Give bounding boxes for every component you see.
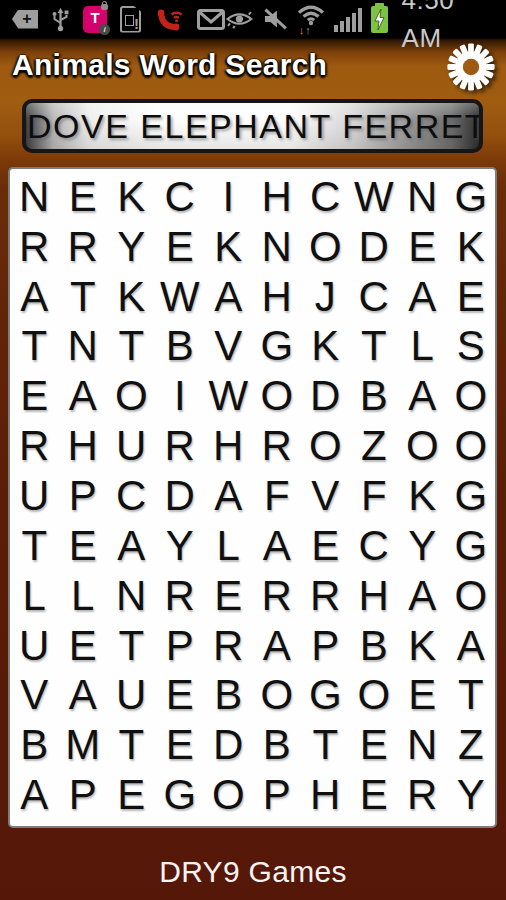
grid-cell[interactable]: B bbox=[350, 371, 399, 421]
grid-cell[interactable]: E bbox=[107, 770, 156, 820]
grid-cell[interactable]: U bbox=[10, 621, 59, 671]
grid-cell[interactable]: E bbox=[350, 720, 399, 770]
grid-cell[interactable]: V bbox=[204, 322, 253, 372]
grid-cell[interactable]: T bbox=[350, 322, 399, 372]
grid-cell[interactable]: C bbox=[107, 471, 156, 521]
status-bar: + T i ! bbox=[0, 0, 506, 38]
grid-cell[interactable]: E bbox=[301, 521, 350, 571]
grid-cell[interactable]: C bbox=[350, 521, 399, 571]
grid-cell[interactable]: G bbox=[156, 770, 205, 820]
grid-cell[interactable]: O bbox=[301, 421, 350, 471]
grid-cell[interactable]: W bbox=[350, 172, 399, 222]
grid-cell[interactable]: S bbox=[447, 322, 496, 372]
grid-cell[interactable]: E bbox=[398, 670, 447, 720]
grid-cell[interactable]: A bbox=[10, 272, 59, 322]
grid-cell[interactable]: N bbox=[59, 322, 108, 372]
grid-cell[interactable]: B bbox=[204, 670, 253, 720]
grid-cell[interactable]: R bbox=[156, 421, 205, 471]
eye-icon bbox=[225, 9, 254, 30]
wifi-calling-icon bbox=[154, 6, 184, 33]
grid-cell[interactable]: T bbox=[59, 272, 108, 322]
info-badge: i bbox=[99, 24, 110, 35]
grid-cell[interactable]: A bbox=[204, 471, 253, 521]
grid-cell[interactable]: G bbox=[447, 521, 496, 571]
grid-cell[interactable]: K bbox=[107, 272, 156, 322]
grid-cell[interactable]: K bbox=[301, 322, 350, 372]
grid-cell[interactable]: R bbox=[301, 571, 350, 621]
grid-cell[interactable]: O bbox=[447, 371, 496, 421]
grid-cell[interactable]: E bbox=[59, 621, 108, 671]
grid-cell[interactable]: E bbox=[59, 521, 108, 571]
letter-grid[interactable]: NEKCIHCWNGRRYEKNODEKATKWAHJCAETNTBVGKTLS… bbox=[10, 169, 495, 826]
gmail-icon bbox=[197, 9, 225, 30]
grid-cell[interactable]: A bbox=[59, 670, 108, 720]
grid-cell[interactable]: O bbox=[447, 421, 496, 471]
grid-cell[interactable]: K bbox=[398, 471, 447, 521]
grid-cell[interactable]: P bbox=[156, 621, 205, 671]
grid-cell[interactable]: B bbox=[10, 720, 59, 770]
sim-alert-icon: ! bbox=[120, 6, 141, 33]
battery-charging-icon bbox=[371, 6, 388, 33]
grid-cell[interactable]: L bbox=[398, 322, 447, 372]
grid-cell[interactable]: T bbox=[10, 521, 59, 571]
grid-cell[interactable]: F bbox=[253, 471, 302, 521]
grid-cell[interactable]: V bbox=[10, 670, 59, 720]
plus-glyph: + bbox=[22, 10, 31, 28]
grid-cell[interactable]: A bbox=[253, 621, 302, 671]
page-title: Animals Word Search bbox=[12, 48, 327, 82]
grid-cell[interactable]: M bbox=[59, 720, 108, 770]
word-list-text: DOVE ELEPHANT FERRET bbox=[26, 103, 479, 149]
grid-cell[interactable]: T bbox=[107, 322, 156, 372]
grid-cell[interactable]: B bbox=[350, 621, 399, 671]
grid-cell[interactable]: K bbox=[204, 222, 253, 272]
grid-cell[interactable]: T bbox=[447, 670, 496, 720]
grid-cell[interactable]: A bbox=[398, 272, 447, 322]
grid-cell[interactable]: E bbox=[156, 222, 205, 272]
grid-cell[interactable]: P bbox=[59, 770, 108, 820]
grid-cell[interactable]: O bbox=[204, 770, 253, 820]
grid-cell[interactable]: L bbox=[10, 571, 59, 621]
data-saver-plus-icon: + bbox=[12, 10, 38, 29]
grid-cell[interactable]: G bbox=[301, 670, 350, 720]
signal-strength-icon bbox=[334, 7, 362, 32]
grid-cell[interactable]: I bbox=[156, 371, 205, 421]
grid-cell[interactable]: A bbox=[447, 621, 496, 671]
grid-cell[interactable]: B bbox=[253, 720, 302, 770]
grid-cell[interactable]: K bbox=[398, 621, 447, 671]
grid-cell[interactable]: T bbox=[301, 720, 350, 770]
grid-cell[interactable]: D bbox=[350, 222, 399, 272]
grid-cell[interactable]: O bbox=[253, 670, 302, 720]
grid-cell[interactable]: N bbox=[10, 172, 59, 222]
grid-cell[interactable]: O bbox=[253, 371, 302, 421]
grid-cell[interactable]: R bbox=[398, 770, 447, 820]
grid-cell[interactable]: O bbox=[447, 571, 496, 621]
usb-icon bbox=[51, 6, 70, 33]
grid-cell[interactable]: U bbox=[107, 421, 156, 471]
grid-cell[interactable]: H bbox=[59, 421, 108, 471]
grid-cell[interactable]: C bbox=[156, 172, 205, 222]
grid-cell[interactable]: Y bbox=[398, 521, 447, 571]
grid-cell[interactable]: H bbox=[253, 272, 302, 322]
notification-icons: + T i ! bbox=[12, 6, 225, 33]
grid-cell[interactable]: I bbox=[204, 172, 253, 222]
grid-cell[interactable]: E bbox=[447, 272, 496, 322]
grid-cell[interactable]: G bbox=[447, 172, 496, 222]
sim-alert-glyph: ! bbox=[134, 16, 139, 31]
grid-cell[interactable]: H bbox=[350, 571, 399, 621]
grid-cell[interactable]: F bbox=[350, 471, 399, 521]
grid-cell[interactable]: A bbox=[107, 521, 156, 571]
charging-bolt-icon bbox=[371, 6, 388, 33]
grid-cell[interactable]: R bbox=[59, 222, 108, 272]
grid-cell[interactable]: P bbox=[301, 621, 350, 671]
grid-cell[interactable]: L bbox=[204, 521, 253, 571]
grid-cell[interactable]: A bbox=[398, 571, 447, 621]
grid-cell[interactable]: R bbox=[10, 421, 59, 471]
grid-cell[interactable]: R bbox=[156, 571, 205, 621]
grid-cell[interactable]: Y bbox=[107, 222, 156, 272]
download-arrow-icon: ↓ bbox=[299, 25, 305, 36]
grid-cell[interactable]: D bbox=[156, 471, 205, 521]
grid-cell[interactable]: H bbox=[253, 172, 302, 222]
grid-cell[interactable]: E bbox=[10, 371, 59, 421]
grid-cell[interactable]: A bbox=[204, 272, 253, 322]
grid-cell[interactable]: D bbox=[204, 720, 253, 770]
grid-cell[interactable]: O bbox=[398, 421, 447, 471]
grid-cell[interactable]: E bbox=[204, 571, 253, 621]
grid-cell[interactable]: J bbox=[301, 272, 350, 322]
grid-cell[interactable]: Y bbox=[447, 770, 496, 820]
grid-cell[interactable]: C bbox=[301, 172, 350, 222]
data-traffic-arrows: ↓ ↑ bbox=[299, 25, 311, 36]
grid-cell[interactable]: E bbox=[156, 720, 205, 770]
grid-cell[interactable]: O bbox=[350, 670, 399, 720]
grid-cell[interactable]: R bbox=[253, 421, 302, 471]
grid-cell[interactable]: A bbox=[398, 371, 447, 421]
grid-cell[interactable]: E bbox=[398, 222, 447, 272]
grid-cell[interactable]: R bbox=[253, 571, 302, 621]
mute-icon bbox=[263, 7, 288, 31]
grid-cell[interactable]: N bbox=[398, 720, 447, 770]
grid-cell[interactable]: H bbox=[204, 421, 253, 471]
grid-cell[interactable]: D bbox=[301, 371, 350, 421]
t-mobile-carrier-icon: T i bbox=[83, 6, 107, 33]
carrier-letter: T bbox=[90, 9, 99, 26]
grid-cell[interactable]: E bbox=[350, 770, 399, 820]
grid-cell[interactable]: E bbox=[59, 172, 108, 222]
grid-cell[interactable]: G bbox=[253, 322, 302, 372]
grid-cell[interactable]: O bbox=[301, 222, 350, 272]
grid-cell[interactable]: U bbox=[10, 471, 59, 521]
grid-cell[interactable]: C bbox=[350, 272, 399, 322]
grid-cell[interactable]: Z bbox=[350, 421, 399, 471]
word-list-banner: DOVE ELEPHANT FERRET bbox=[22, 99, 483, 153]
grid-cell[interactable]: T bbox=[107, 720, 156, 770]
grid-cell[interactable]: P bbox=[59, 471, 108, 521]
grid-cell[interactable]: A bbox=[253, 521, 302, 571]
grid-cell[interactable]: O bbox=[107, 371, 156, 421]
grid-cell[interactable]: T bbox=[10, 322, 59, 372]
grid-cell[interactable]: W bbox=[204, 371, 253, 421]
grid-cell[interactable]: A bbox=[10, 770, 59, 820]
wifi-data-icon: ↓ ↑ bbox=[297, 4, 325, 34]
upload-arrow-icon: ↑ bbox=[305, 25, 311, 36]
grid-cell[interactable]: B bbox=[156, 322, 205, 372]
grid-cell[interactable]: Y bbox=[156, 521, 205, 571]
grid-cell[interactable]: K bbox=[447, 222, 496, 272]
grid-cell[interactable]: G bbox=[447, 471, 496, 521]
grid-cell[interactable]: N bbox=[253, 222, 302, 272]
app-screen: + T i ! bbox=[0, 0, 506, 900]
grid-cell[interactable]: W bbox=[156, 272, 205, 322]
grid-cell[interactable]: R bbox=[10, 222, 59, 272]
grid-cell[interactable]: N bbox=[107, 571, 156, 621]
grid-cell[interactable]: R bbox=[204, 621, 253, 671]
grid-cell[interactable]: P bbox=[253, 770, 302, 820]
grid-cell[interactable]: H bbox=[301, 770, 350, 820]
gear-icon[interactable] bbox=[445, 41, 497, 93]
grid-cell[interactable]: T bbox=[107, 621, 156, 671]
publisher-label: DRY9 Games bbox=[0, 855, 506, 889]
grid-cell[interactable]: L bbox=[59, 571, 108, 621]
lock-icon bbox=[101, 4, 108, 10]
grid-cell[interactable]: U bbox=[107, 670, 156, 720]
grid-cell[interactable]: V bbox=[301, 471, 350, 521]
grid-cell[interactable]: A bbox=[59, 371, 108, 421]
grid-cell[interactable]: E bbox=[156, 670, 205, 720]
wifi-arcs bbox=[297, 4, 325, 26]
sim-chip bbox=[125, 15, 134, 26]
grid-cell[interactable]: K bbox=[107, 172, 156, 222]
grid-cell[interactable]: N bbox=[398, 172, 447, 222]
grid-cell[interactable]: Z bbox=[447, 720, 496, 770]
word-search-grid-panel: NEKCIHCWNGRRYEKNODEKATKWAHJCAETNTBVGKTLS… bbox=[8, 167, 497, 828]
